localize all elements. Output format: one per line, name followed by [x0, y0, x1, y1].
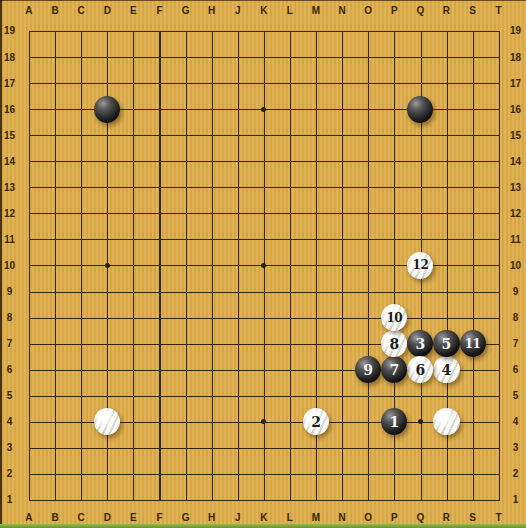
white-stone-icon: 4 — [433, 356, 459, 383]
setup-stone-black-q16 — [407, 96, 433, 122]
go-board-screenshot: ABCDEFGHJKLMNOPQRST ABCDEFGHJKLMNOPQRST … — [0, 0, 526, 528]
col-label-top-d: D — [94, 3, 120, 17]
black-stone-icon: 1 — [381, 408, 407, 435]
white-stone-icon — [94, 408, 120, 435]
move-number: 5 — [442, 337, 452, 351]
move-number: 11 — [465, 338, 481, 350]
col-label-top-p: P — [381, 3, 407, 17]
white-stone-icon — [433, 408, 459, 435]
move-7-black-p6: 7 — [381, 357, 407, 383]
white-stone-icon: 8 — [381, 330, 407, 357]
col-label-top-t: T — [486, 3, 512, 17]
col-label-top-s: S — [460, 3, 486, 17]
setup-stone-white-r4 — [433, 409, 459, 435]
window-edge-left — [0, 0, 2, 528]
col-label-top-c: C — [68, 3, 94, 17]
star-point-dot — [261, 419, 266, 424]
move-6-white-q6: 6 — [407, 357, 433, 383]
star-point-dot — [105, 263, 110, 268]
star-point-dot — [418, 419, 423, 424]
white-stone-icon: 12 — [407, 252, 433, 279]
column-labels-top: ABCDEFGHJKLMNOPQRST — [16, 3, 512, 17]
col-label-top-l: L — [277, 3, 303, 17]
move-12-white-q10: 12 — [407, 252, 433, 278]
setup-stone-black-d16 — [94, 96, 120, 122]
move-4-white-r6: 4 — [433, 357, 459, 383]
col-label-top-g: G — [173, 3, 199, 17]
move-number: 2 — [311, 415, 321, 429]
col-label-top-e: E — [120, 3, 146, 17]
move-3-black-q7: 3 — [407, 331, 433, 357]
star-point-d10 — [94, 252, 120, 278]
move-11-black-s7: 11 — [460, 331, 486, 357]
move-number: 9 — [363, 363, 373, 377]
move-number: 4 — [442, 363, 452, 377]
setup-stone-white-d4 — [94, 409, 120, 435]
black-stone-icon: 7 — [381, 356, 407, 383]
star-point-k10 — [251, 252, 277, 278]
white-stone-icon: 6 — [407, 356, 433, 383]
move-number: 7 — [389, 363, 399, 377]
move-number: 1 — [389, 415, 399, 429]
move-number: 6 — [416, 363, 426, 377]
col-label-top-o: O — [355, 3, 381, 17]
star-point-k16 — [251, 96, 277, 122]
col-label-top-k: K — [251, 3, 277, 17]
white-stone-icon: 10 — [381, 304, 407, 331]
col-label-top-m: M — [303, 3, 329, 17]
window-edge-top — [0, 0, 526, 1]
black-stone-icon — [94, 96, 120, 123]
black-stone-icon: 11 — [460, 330, 486, 357]
star-point-dot — [261, 107, 266, 112]
black-stone-icon — [407, 96, 433, 123]
move-2-white-m4: 2 — [303, 409, 329, 435]
move-number: 10 — [386, 312, 402, 324]
black-stone-icon: 9 — [355, 356, 381, 383]
black-stone-icon: 5 — [433, 330, 459, 357]
star-point-k4 — [251, 409, 277, 435]
bottom-green-strip — [0, 524, 526, 528]
move-number: 3 — [416, 337, 426, 351]
black-stone-icon: 3 — [407, 330, 433, 357]
move-number: 8 — [389, 337, 399, 351]
col-label-top-n: N — [329, 3, 355, 17]
col-label-top-h: H — [199, 3, 225, 17]
move-number: 12 — [413, 259, 429, 271]
col-label-top-q: Q — [407, 3, 433, 17]
col-label-top-f: F — [146, 3, 172, 17]
star-point-dot — [261, 263, 266, 268]
star-point-q4 — [407, 409, 433, 435]
col-label-top-j: J — [225, 3, 251, 17]
move-9-black-o6: 9 — [355, 357, 381, 383]
col-label-top-r: R — [433, 3, 459, 17]
col-label-top-b: B — [42, 3, 68, 17]
move-1-black-p4: 1 — [381, 409, 407, 435]
board-grid[interactable]: 123456789101112 — [16, 18, 512, 513]
move-5-black-r7: 5 — [433, 331, 459, 357]
white-stone-icon: 2 — [303, 408, 329, 435]
col-label-top-a: A — [16, 3, 42, 17]
move-10-white-p8: 10 — [381, 304, 407, 330]
move-8-white-p7: 8 — [381, 331, 407, 357]
